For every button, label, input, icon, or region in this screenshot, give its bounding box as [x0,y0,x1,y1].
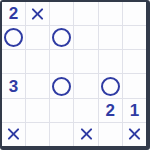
circle-mark [52,28,71,47]
cell-r5c1[interactable] [2,99,25,122]
cell-r6c2[interactable] [26,123,49,146]
cell-r4c4[interactable] [74,74,97,97]
cell-r3c1[interactable] [2,50,25,73]
cell-r4c3[interactable] [50,74,73,97]
cell-r5c5: 2 [99,99,122,122]
cell-r6c6[interactable] [123,123,146,146]
cell-r2c3[interactable] [50,26,73,49]
cross-mark [30,6,45,21]
cross-mark [127,127,142,142]
cell-r5c4[interactable] [74,99,97,122]
cell-r6c4[interactable] [74,123,97,146]
cell-r2c1[interactable] [2,26,25,49]
cell-r3c5[interactable] [99,50,122,73]
clue-number: 2 [106,102,115,119]
cell-r3c6[interactable] [123,50,146,73]
cell-r4c1: 3 [2,74,25,97]
circle-mark [101,77,120,96]
cell-r1c1: 2 [2,2,25,25]
cell-r6c1[interactable] [2,123,25,146]
cell-r1c2[interactable] [26,2,49,25]
cell-r4c6[interactable] [123,74,146,97]
cell-r5c3[interactable] [50,99,73,122]
cell-r2c2[interactable] [26,26,49,49]
cell-r3c2[interactable] [26,50,49,73]
cross-mark [6,127,21,142]
clue-number: 1 [130,102,139,119]
cell-r6c3[interactable] [50,123,73,146]
cross-mark [79,127,94,142]
cell-r1c3[interactable] [50,2,73,25]
circle-mark [52,77,71,96]
cell-r3c3[interactable] [50,50,73,73]
cell-r1c5[interactable] [99,2,122,25]
circle-mark [4,28,23,47]
cell-r4c2[interactable] [26,74,49,97]
cell-r1c6[interactable] [123,2,146,25]
cell-r4c5[interactable] [99,74,122,97]
cell-r6c5[interactable] [99,123,122,146]
cell-r2c6[interactable] [123,26,146,49]
cell-r2c4[interactable] [74,26,97,49]
cell-r5c6: 1 [123,99,146,122]
cell-r1c4[interactable] [74,2,97,25]
cell-r3c4[interactable] [74,50,97,73]
clue-number: 2 [9,5,18,22]
clue-number: 3 [9,78,18,95]
cell-r5c2[interactable] [26,99,49,122]
cell-r2c5[interactable] [99,26,122,49]
puzzle-board: 2321 [0,0,150,150]
